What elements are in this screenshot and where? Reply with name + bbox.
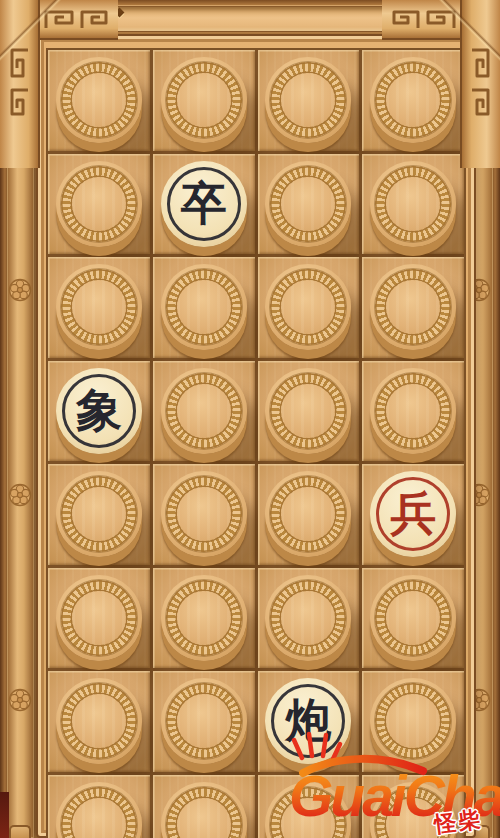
board-cell-r6c1[interactable] [48,568,150,669]
piece-wood-face [281,591,335,645]
board-cell-r7c1[interactable] [48,671,150,772]
piece-wood-face [281,280,335,334]
frame-edge-right [493,0,500,838]
board-cell-r5c2[interactable] [153,464,255,565]
board-cell-r4c2[interactable] [153,361,255,462]
board-cell-r2c1[interactable] [48,154,150,255]
piece-wood-face [72,73,126,127]
piece-face-down[interactable] [370,57,456,143]
frame-edge-top [0,0,500,5]
piece-wood-face [177,487,231,541]
top-plaque [109,6,402,32]
piece-face-down[interactable] [161,575,247,661]
rail-bottom-cap [9,825,31,838]
piece-wood-face [177,591,231,645]
board-cell-r6c4[interactable] [362,568,464,669]
piece-face-down[interactable] [56,57,142,143]
piece-face-down[interactable] [56,678,142,764]
board-cell-r7c3[interactable]: 炮 [258,671,360,772]
piece-face-down[interactable] [265,575,351,661]
piece-face-down[interactable] [56,575,142,661]
board-cell-r5c1[interactable] [48,464,150,565]
piece-face-down[interactable] [265,57,351,143]
board-cell-r8c3[interactable] [258,775,360,838]
board-cell-r8c1[interactable] [48,775,150,838]
piece-character: 卒 [161,161,247,247]
piece-face-down[interactable] [370,264,456,350]
rosette-flower-icon [5,480,35,510]
rosette-flower-icon [5,275,35,305]
piece-wood-face [72,694,126,748]
piece-wood-face [386,177,440,231]
piece-face-down[interactable] [370,678,456,764]
piece-face-down[interactable] [265,264,351,350]
piece-face-down[interactable] [370,782,456,838]
frame-edge-left [0,0,7,838]
board-cell-r8c4[interactable] [362,775,464,838]
piece-wood-face [386,280,440,334]
board-cell-r7c2[interactable] [153,671,255,772]
board-cell-r5c4[interactable]: 兵 [362,464,464,565]
board-cell-r1c1[interactable] [48,50,150,151]
board-cell-r6c3[interactable] [258,568,360,669]
piece-wood-face [177,73,231,127]
piece-face-down[interactable] [265,471,351,557]
board-cell-r2c3[interactable] [258,154,360,255]
rosette-flower-icon [5,685,35,715]
xiangqi-board: 卒象兵炮 [36,34,476,838]
frame-shadow-bottom-left [0,792,9,838]
piece-face-down[interactable] [370,575,456,661]
piece-wood-face [177,280,231,334]
board-cell-r3c4[interactable] [362,257,464,358]
piece-character: 炮 [265,678,351,764]
piece-face-down[interactable] [56,264,142,350]
board-cell-r1c3[interactable] [258,50,360,151]
board-cell-r2c2[interactable]: 卒 [153,154,255,255]
piece-face-down[interactable] [370,161,456,247]
board-cell-r1c2[interactable] [153,50,255,151]
board-grid: 卒象兵炮 [48,50,464,838]
piece-wood-face [72,591,126,645]
piece-face-down[interactable] [56,161,142,247]
piece-wood-face [72,280,126,334]
piece-wood-face [177,694,231,748]
piece-face-down[interactable] [161,678,247,764]
piece-wood-face [281,177,335,231]
board-cell-r2c4[interactable] [362,154,464,255]
board-cell-r3c3[interactable] [258,257,360,358]
board-cell-r1c4[interactable] [362,50,464,151]
piece-black-cannon[interactable]: 炮 [265,678,351,764]
piece-red-soldier[interactable]: 兵 [370,471,456,557]
piece-face-down[interactable] [265,161,351,247]
board-cell-r4c4[interactable] [362,361,464,462]
piece-black-soldier[interactable]: 卒 [161,161,247,247]
piece-character: 象 [56,368,142,454]
piece-face-down[interactable] [161,368,247,454]
board-cell-r8c2[interactable] [153,775,255,838]
piece-character: 兵 [370,471,456,557]
piece-face-down[interactable] [161,471,247,557]
piece-face-down[interactable] [370,368,456,454]
game-scene: 卒象兵炮 GuaiChai 怪柴网 [0,0,500,838]
board-cell-r7c4[interactable] [362,671,464,772]
piece-wood-face [72,487,126,541]
board-cell-r6c2[interactable] [153,568,255,669]
board-cell-r3c2[interactable] [153,257,255,358]
piece-face-down[interactable] [56,782,142,838]
piece-wood-face [177,384,231,438]
board-cell-r5c3[interactable] [258,464,360,565]
top-frame-bar [0,0,500,38]
left-rail [7,30,34,838]
piece-wood-face [386,73,440,127]
piece-wood-face [72,177,126,231]
piece-face-down[interactable] [265,368,351,454]
piece-face-down[interactable] [56,471,142,557]
piece-face-down[interactable] [161,264,247,350]
piece-wood-face [281,384,335,438]
piece-wood-face [386,694,440,748]
piece-wood-face [386,384,440,438]
piece-face-down[interactable] [265,782,351,838]
piece-wood-face [281,487,335,541]
piece-wood-face [386,591,440,645]
board-cell-r4c1[interactable]: 象 [48,361,150,462]
piece-black-elephant[interactable]: 象 [56,368,142,454]
piece-face-down[interactable] [161,782,247,838]
board-cell-r4c3[interactable] [258,361,360,462]
board-cell-r3c1[interactable] [48,257,150,358]
piece-face-down[interactable] [161,57,247,143]
piece-wood-face [281,73,335,127]
